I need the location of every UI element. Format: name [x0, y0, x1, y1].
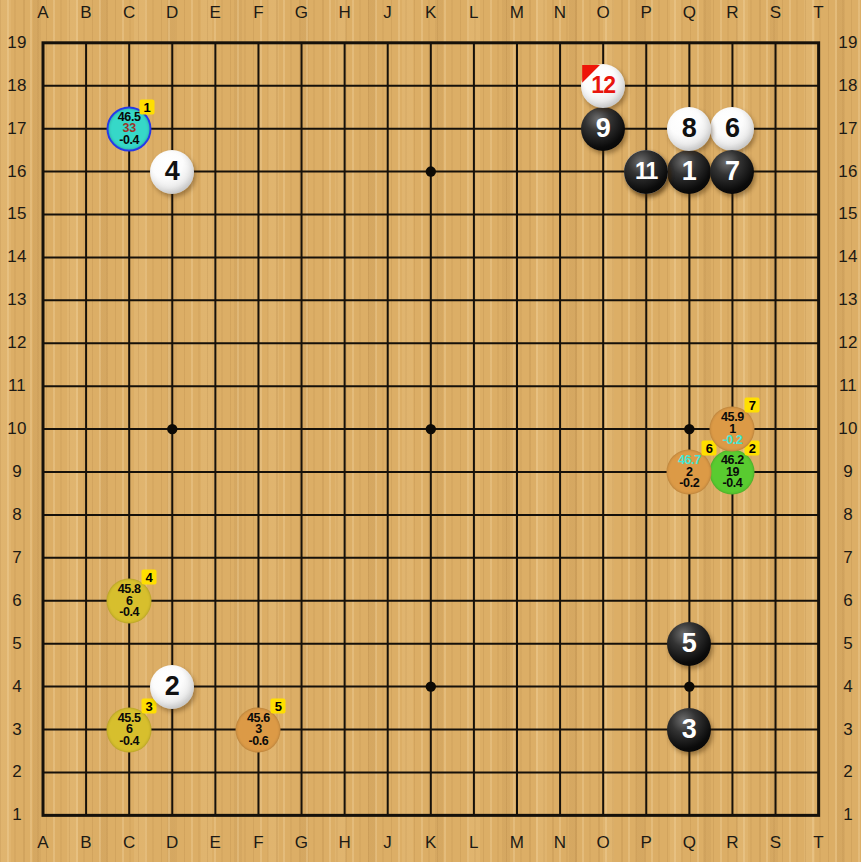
row-label-left-10: 10 — [3, 420, 31, 438]
move-number: 6 — [725, 113, 740, 144]
candidate-move-C17[interactable]: 46.533-0.41 — [107, 106, 152, 151]
row-label-left-2: 2 — [3, 763, 31, 781]
row-label-left-16: 16 — [3, 163, 31, 181]
row-label-right-2: 2 — [834, 763, 861, 781]
col-label-top-N: N — [546, 4, 574, 22]
candidate-rank-badge: 5 — [271, 698, 286, 713]
star-point-K4 — [426, 681, 436, 691]
col-label-top-B: B — [72, 4, 100, 22]
candidate-move-C3[interactable]: 45.56-0.43 — [107, 707, 152, 752]
row-label-left-9: 9 — [3, 463, 31, 481]
stone-white-R17: 6 — [710, 107, 754, 151]
stone-black-Q3: 3 — [667, 708, 711, 752]
go-board-app: AABBCCDDEEFFGGHHJJKKLLMMNNOOPPQQRRSSTT19… — [0, 0, 861, 862]
move-number: 7 — [725, 156, 740, 187]
row-label-left-13: 13 — [3, 291, 31, 309]
row-label-left-11: 11 — [3, 377, 31, 395]
stone-black-Q5: 5 — [667, 622, 711, 666]
candidate-score: -0.4 — [119, 607, 139, 619]
candidate-score: -0.4 — [119, 134, 139, 146]
col-label-top-G: G — [288, 4, 316, 22]
row-label-right-5: 5 — [834, 635, 861, 653]
col-label-bottom-A: A — [29, 834, 57, 852]
move-number: 9 — [596, 113, 611, 144]
candidate-score: -0.2 — [679, 478, 699, 490]
col-label-bottom-J: J — [374, 834, 402, 852]
candidate-move-C6[interactable]: 45.86-0.44 — [107, 578, 152, 623]
star-point-Q10 — [684, 424, 694, 434]
row-label-left-12: 12 — [3, 334, 31, 352]
move-number: 1 — [682, 156, 697, 187]
col-label-bottom-E: E — [201, 834, 229, 852]
col-label-top-L: L — [460, 4, 488, 22]
row-label-left-1: 1 — [3, 806, 31, 824]
row-label-left-5: 5 — [3, 635, 31, 653]
col-label-bottom-T: T — [805, 834, 833, 852]
star-point-K10 — [426, 424, 436, 434]
col-label-top-Q: Q — [675, 4, 703, 22]
stone-white-Q17: 8 — [667, 107, 711, 151]
col-label-bottom-S: S — [762, 834, 790, 852]
col-label-top-K: K — [417, 4, 445, 22]
col-label-top-J: J — [374, 4, 402, 22]
row-label-left-7: 7 — [3, 549, 31, 567]
col-label-bottom-O: O — [589, 834, 617, 852]
candidate-move-F3[interactable]: 45.63-0.65 — [236, 707, 281, 752]
col-label-top-E: E — [201, 4, 229, 22]
col-label-bottom-L: L — [460, 834, 488, 852]
move-number: 8 — [682, 113, 697, 144]
col-label-bottom-G: G — [288, 834, 316, 852]
row-label-right-8: 8 — [834, 506, 861, 524]
move-number: 4 — [165, 156, 180, 187]
row-label-right-10: 10 — [834, 420, 861, 438]
row-label-left-14: 14 — [3, 248, 31, 266]
row-label-right-18: 18 — [834, 77, 861, 95]
move-number: 12 — [591, 72, 615, 99]
candidate-rank-badge: 1 — [140, 99, 155, 114]
col-label-top-C: C — [115, 4, 143, 22]
candidate-score: -0.2 — [722, 435, 742, 447]
col-label-top-S: S — [762, 4, 790, 22]
col-label-bottom-N: N — [546, 834, 574, 852]
row-label-right-15: 15 — [834, 205, 861, 223]
stone-black-O17: 9 — [581, 107, 625, 151]
candidate-rank-badge: 7 — [745, 398, 760, 413]
row-label-right-3: 3 — [834, 721, 861, 739]
row-label-right-7: 7 — [834, 549, 861, 567]
col-label-bottom-F: F — [244, 834, 272, 852]
col-label-bottom-R: R — [718, 834, 746, 852]
stone-white-D4: 2 — [150, 665, 194, 709]
candidate-rank-badge: 4 — [142, 569, 157, 584]
col-label-top-R: R — [718, 4, 746, 22]
row-label-right-9: 9 — [834, 463, 861, 481]
row-label-left-4: 4 — [3, 678, 31, 696]
col-label-top-T: T — [805, 4, 833, 22]
col-label-bottom-P: P — [632, 834, 660, 852]
row-label-right-4: 4 — [834, 678, 861, 696]
row-label-right-11: 11 — [834, 377, 861, 395]
candidate-score: -0.4 — [119, 735, 139, 747]
row-label-left-18: 18 — [3, 77, 31, 95]
col-label-top-F: F — [244, 4, 272, 22]
col-label-bottom-K: K — [417, 834, 445, 852]
star-point-D10 — [167, 424, 177, 434]
row-label-left-17: 17 — [3, 120, 31, 138]
move-number: 5 — [682, 628, 697, 659]
candidate-score: -0.4 — [722, 478, 742, 490]
col-label-bottom-M: M — [503, 834, 531, 852]
move-number: 2 — [165, 671, 180, 702]
stone-white-D16: 4 — [150, 150, 194, 194]
move-number: 11 — [635, 158, 657, 185]
col-label-top-D: D — [158, 4, 186, 22]
row-label-right-6: 6 — [834, 592, 861, 610]
row-label-right-14: 14 — [834, 248, 861, 266]
candidate-score: -0.6 — [248, 735, 268, 747]
row-label-right-13: 13 — [834, 291, 861, 309]
col-label-top-H: H — [331, 4, 359, 22]
col-label-bottom-H: H — [331, 834, 359, 852]
col-label-bottom-C: C — [115, 834, 143, 852]
candidate-move-Q9[interactable]: 46.72-0.26 — [667, 450, 712, 495]
row-label-right-19: 19 — [834, 34, 861, 52]
row-label-right-12: 12 — [834, 334, 861, 352]
col-label-bottom-B: B — [72, 834, 100, 852]
row-label-left-6: 6 — [3, 592, 31, 610]
stone-white-O18: 12 — [581, 64, 625, 108]
col-label-top-P: P — [632, 4, 660, 22]
col-label-top-A: A — [29, 4, 57, 22]
candidate-move-R9[interactable]: 46.219-0.42 — [710, 450, 755, 495]
candidate-move-R10[interactable]: 45.91-0.27 — [710, 407, 755, 452]
row-label-left-8: 8 — [3, 506, 31, 524]
star-point-Q4 — [684, 681, 694, 691]
col-label-bottom-D: D — [158, 834, 186, 852]
col-label-top-M: M — [503, 4, 531, 22]
row-label-left-19: 19 — [3, 34, 31, 52]
row-label-right-17: 17 — [834, 120, 861, 138]
col-label-bottom-Q: Q — [675, 834, 703, 852]
row-label-left-3: 3 — [3, 721, 31, 739]
row-label-right-1: 1 — [834, 806, 861, 824]
row-label-right-16: 16 — [834, 163, 861, 181]
row-label-left-15: 15 — [3, 205, 31, 223]
stone-black-P16: 11 — [624, 150, 668, 194]
col-label-top-O: O — [589, 4, 617, 22]
move-number: 3 — [682, 714, 697, 745]
stone-black-Q16: 1 — [667, 150, 711, 194]
star-point-K16 — [426, 166, 436, 176]
stone-black-R16: 7 — [710, 150, 754, 194]
